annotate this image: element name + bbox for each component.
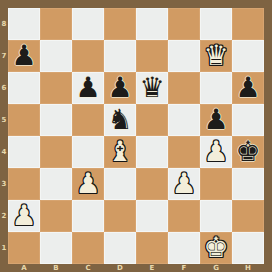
square-e3[interactable]: [136, 168, 168, 200]
square-e1[interactable]: [136, 232, 168, 264]
square-b1[interactable]: [40, 232, 72, 264]
square-h3[interactable]: [232, 168, 264, 200]
square-f4[interactable]: [168, 136, 200, 168]
square-d3[interactable]: [104, 168, 136, 200]
square-h8[interactable]: [232, 8, 264, 40]
square-h7[interactable]: [232, 40, 264, 72]
square-h2[interactable]: [232, 200, 264, 232]
file-label-f: F: [168, 264, 200, 272]
square-a8[interactable]: [8, 8, 40, 40]
rank-labels: 87654321: [0, 8, 8, 264]
rank-label-1: 1: [0, 232, 8, 264]
square-g2[interactable]: [200, 200, 232, 232]
square-h4[interactable]: ♚: [232, 136, 264, 168]
square-c6[interactable]: ♟: [72, 72, 104, 104]
square-a6[interactable]: [8, 72, 40, 104]
file-label-c: C: [72, 264, 104, 272]
square-g4[interactable]: ♟: [200, 136, 232, 168]
square-g6[interactable]: [200, 72, 232, 104]
square-g8[interactable]: [200, 8, 232, 40]
rank-label-7: 7: [0, 40, 8, 72]
square-a5[interactable]: [8, 104, 40, 136]
square-d1[interactable]: [104, 232, 136, 264]
square-a7[interactable]: ♟: [8, 40, 40, 72]
square-d8[interactable]: [104, 8, 136, 40]
square-g5[interactable]: ♟: [200, 104, 232, 136]
square-b4[interactable]: [40, 136, 72, 168]
square-d4[interactable]: ♝: [104, 136, 136, 168]
file-label-b: B: [40, 264, 72, 272]
square-g3[interactable]: [200, 168, 232, 200]
square-c1[interactable]: [72, 232, 104, 264]
square-g1[interactable]: ♚: [200, 232, 232, 264]
file-label-e: E: [136, 264, 168, 272]
square-e2[interactable]: [136, 200, 168, 232]
square-e7[interactable]: [136, 40, 168, 72]
black-king[interactable]: ♚: [232, 136, 264, 168]
white-pawn[interactable]: ♟: [72, 168, 104, 200]
square-e4[interactable]: [136, 136, 168, 168]
square-f5[interactable]: [168, 104, 200, 136]
square-d2[interactable]: [104, 200, 136, 232]
file-label-a: A: [8, 264, 40, 272]
square-a3[interactable]: [8, 168, 40, 200]
square-h6[interactable]: ♟: [232, 72, 264, 104]
square-c4[interactable]: [72, 136, 104, 168]
square-b7[interactable]: [40, 40, 72, 72]
file-labels: ABCDEFGH: [8, 264, 264, 272]
square-f7[interactable]: [168, 40, 200, 72]
white-pawn[interactable]: ♟: [8, 200, 40, 232]
rank-label-8: 8: [0, 8, 8, 40]
square-a1[interactable]: [8, 232, 40, 264]
square-e6[interactable]: ♛: [136, 72, 168, 104]
square-h1[interactable]: [232, 232, 264, 264]
square-c7[interactable]: [72, 40, 104, 72]
square-b2[interactable]: [40, 200, 72, 232]
square-f3[interactable]: ♟: [168, 168, 200, 200]
black-pawn[interactable]: ♟: [232, 72, 264, 104]
chess-board-frame: ♟♛♟♟♛♟♞♟♝♟♚♟♟♟♚ 87654321 ABCDEFGH: [0, 0, 272, 272]
black-queen[interactable]: ♛: [136, 72, 168, 104]
square-g7[interactable]: ♛: [200, 40, 232, 72]
square-f6[interactable]: [168, 72, 200, 104]
square-b3[interactable]: [40, 168, 72, 200]
square-e5[interactable]: [136, 104, 168, 136]
rank-label-6: 6: [0, 72, 8, 104]
rank-label-4: 4: [0, 136, 8, 168]
square-h5[interactable]: [232, 104, 264, 136]
square-d6[interactable]: ♟: [104, 72, 136, 104]
square-f8[interactable]: [168, 8, 200, 40]
black-knight[interactable]: ♞: [104, 104, 136, 136]
square-c3[interactable]: ♟: [72, 168, 104, 200]
chess-board: ♟♛♟♟♛♟♞♟♝♟♚♟♟♟♚: [8, 8, 264, 264]
white-pawn[interactable]: ♟: [168, 168, 200, 200]
square-b5[interactable]: [40, 104, 72, 136]
black-pawn[interactable]: ♟: [104, 72, 136, 104]
square-e8[interactable]: [136, 8, 168, 40]
square-a2[interactable]: ♟: [8, 200, 40, 232]
square-c2[interactable]: [72, 200, 104, 232]
rank-label-2: 2: [0, 200, 8, 232]
square-a4[interactable]: [8, 136, 40, 168]
square-c8[interactable]: [72, 8, 104, 40]
white-pawn[interactable]: ♟: [200, 136, 232, 168]
square-c5[interactable]: [72, 104, 104, 136]
white-bishop[interactable]: ♝: [104, 136, 136, 168]
square-b8[interactable]: [40, 8, 72, 40]
white-queen[interactable]: ♛: [200, 40, 232, 72]
rank-label-5: 5: [0, 104, 8, 136]
square-d5[interactable]: ♞: [104, 104, 136, 136]
rank-label-3: 3: [0, 168, 8, 200]
white-king[interactable]: ♚: [200, 232, 232, 264]
file-label-h: H: [232, 264, 264, 272]
square-b6[interactable]: [40, 72, 72, 104]
square-d7[interactable]: [104, 40, 136, 72]
file-label-g: G: [200, 264, 232, 272]
square-f1[interactable]: [168, 232, 200, 264]
black-pawn[interactable]: ♟: [200, 104, 232, 136]
square-f2[interactable]: [168, 200, 200, 232]
file-label-d: D: [104, 264, 136, 272]
black-pawn[interactable]: ♟: [8, 40, 40, 72]
black-pawn[interactable]: ♟: [72, 72, 104, 104]
